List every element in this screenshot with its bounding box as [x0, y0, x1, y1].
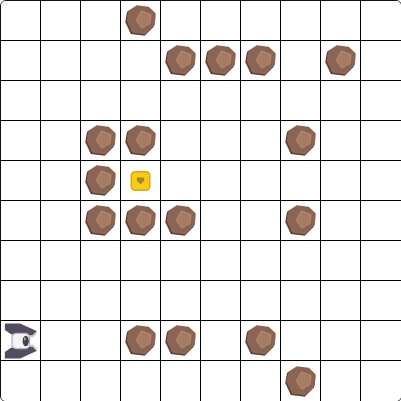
- cell-r8c1[interactable]: [41, 321, 81, 361]
- cell-r0c5[interactable]: [201, 1, 241, 41]
- cell-r6c0[interactable]: [1, 241, 41, 281]
- cell-r5c7[interactable]: [281, 201, 321, 241]
- cell-r5c1[interactable]: [41, 201, 81, 241]
- rock-asteroid-sprite: [162, 42, 199, 79]
- cell-r3c6[interactable]: [241, 121, 281, 161]
- cell-r6c2[interactable]: [81, 241, 121, 281]
- cell-r3c2[interactable]: [81, 121, 121, 161]
- cell-r9c5[interactable]: [201, 361, 241, 401]
- rock-asteroid-sprite: [282, 202, 319, 239]
- cell-r0c8[interactable]: [321, 1, 361, 41]
- cell-r4c8[interactable]: [321, 161, 361, 201]
- cell-r2c8[interactable]: [321, 81, 361, 121]
- game-board: [0, 0, 401, 401]
- cell-r5c8[interactable]: [321, 201, 361, 241]
- cell-r8c0[interactable]: [1, 321, 41, 361]
- cell-r6c4[interactable]: [161, 241, 201, 281]
- cell-r9c9[interactable]: [361, 361, 401, 401]
- cell-r6c8[interactable]: [321, 241, 361, 281]
- cell-r4c7[interactable]: [281, 161, 321, 201]
- cell-r1c1[interactable]: [41, 41, 81, 81]
- rock-asteroid-sprite: [282, 363, 319, 400]
- cell-r5c3[interactable]: [121, 201, 161, 241]
- cell-r0c6[interactable]: [241, 1, 281, 41]
- cell-r5c4[interactable]: [161, 201, 201, 241]
- cell-r5c9[interactable]: [361, 201, 401, 241]
- rock-asteroid-sprite: [282, 122, 319, 159]
- cell-r5c6[interactable]: [241, 201, 281, 241]
- cell-r9c0[interactable]: [1, 361, 41, 401]
- spaceship-sprite: [2, 322, 40, 360]
- cell-r8c6[interactable]: [241, 321, 281, 361]
- cell-r0c0[interactable]: [1, 1, 41, 41]
- cell-r7c6[interactable]: [241, 281, 281, 321]
- rock-asteroid-sprite: [122, 202, 159, 239]
- cell-r9c2[interactable]: [81, 361, 121, 401]
- cell-r8c2[interactable]: [81, 321, 121, 361]
- cell-r4c6[interactable]: [241, 161, 281, 201]
- cell-r1c0[interactable]: [1, 41, 41, 81]
- cell-r2c2[interactable]: [81, 81, 121, 121]
- cell-r3c0[interactable]: [1, 121, 41, 161]
- cell-r1c3[interactable]: [121, 41, 161, 81]
- cell-r8c5[interactable]: [201, 321, 241, 361]
- cell-r0c3[interactable]: [121, 1, 161, 41]
- cell-r7c4[interactable]: [161, 281, 201, 321]
- rock-asteroid-sprite: [82, 122, 119, 159]
- cell-r3c9[interactable]: [361, 121, 401, 161]
- cell-r1c9[interactable]: [361, 41, 401, 81]
- cell-r9c1[interactable]: [41, 361, 81, 401]
- cell-r4c9[interactable]: [361, 161, 401, 201]
- cell-r4c4[interactable]: [161, 161, 201, 201]
- cell-r2c6[interactable]: [241, 81, 281, 121]
- rock-asteroid-sprite: [82, 202, 119, 239]
- cell-r1c7[interactable]: [281, 41, 321, 81]
- rock-asteroid-sprite: [242, 42, 279, 79]
- cell-r7c1[interactable]: [41, 281, 81, 321]
- cell-r1c4[interactable]: [161, 41, 201, 81]
- cell-r1c8[interactable]: [321, 41, 361, 81]
- cell-r4c3[interactable]: [121, 161, 161, 201]
- cell-r1c5[interactable]: [201, 41, 241, 81]
- cell-r1c6[interactable]: [241, 41, 281, 81]
- cell-r2c9[interactable]: [361, 81, 401, 121]
- cell-r4c0[interactable]: [1, 161, 41, 201]
- cell-r1c2[interactable]: [81, 41, 121, 81]
- rock-asteroid-sprite: [162, 202, 199, 239]
- cell-r9c3[interactable]: [121, 361, 161, 401]
- gold-nugget-sprite: [121, 161, 160, 201]
- cell-r7c3[interactable]: [121, 281, 161, 321]
- cell-r2c0[interactable]: [1, 81, 41, 121]
- cell-r4c2[interactable]: [81, 161, 121, 201]
- cell-r6c5[interactable]: [201, 241, 241, 281]
- cell-r3c8[interactable]: [321, 121, 361, 161]
- rock-asteroid-sprite: [162, 322, 199, 359]
- cell-r7c0[interactable]: [1, 281, 41, 321]
- cell-r3c7[interactable]: [281, 121, 321, 161]
- rock-asteroid-sprite: [122, 322, 159, 359]
- cell-r2c1[interactable]: [41, 81, 81, 121]
- cell-r3c5[interactable]: [201, 121, 241, 161]
- cell-r0c1[interactable]: [41, 1, 81, 41]
- cell-r3c1[interactable]: [41, 121, 81, 161]
- cell-r5c0[interactable]: [1, 201, 41, 241]
- cell-r6c1[interactable]: [41, 241, 81, 281]
- rock-asteroid-sprite: [82, 162, 119, 199]
- cell-r3c4[interactable]: [161, 121, 201, 161]
- rock-asteroid-sprite: [202, 42, 239, 79]
- cell-r7c2[interactable]: [81, 281, 121, 321]
- cell-r9c4[interactable]: [161, 361, 201, 401]
- cell-r2c7[interactable]: [281, 81, 321, 121]
- cell-r0c7[interactable]: [281, 1, 321, 41]
- cell-r6c6[interactable]: [241, 241, 281, 281]
- cell-r9c7[interactable]: [281, 361, 321, 401]
- cell-r8c9[interactable]: [361, 321, 401, 361]
- cell-r3c3[interactable]: [121, 121, 161, 161]
- cell-r5c2[interactable]: [81, 201, 121, 241]
- cell-r7c5[interactable]: [201, 281, 241, 321]
- cell-r4c1[interactable]: [41, 161, 81, 201]
- cell-r8c3[interactable]: [121, 321, 161, 361]
- rock-asteroid-sprite: [322, 42, 359, 79]
- cell-r6c7[interactable]: [281, 241, 321, 281]
- cell-r7c7[interactable]: [281, 281, 321, 321]
- rock-asteroid-sprite: [122, 122, 159, 159]
- cell-r7c8[interactable]: [321, 281, 361, 321]
- cell-r2c3[interactable]: [121, 81, 161, 121]
- cell-r0c4[interactable]: [161, 1, 201, 41]
- cell-r7c9[interactable]: [361, 281, 401, 321]
- cell-r8c4[interactable]: [161, 321, 201, 361]
- cell-r0c9[interactable]: [361, 1, 401, 41]
- cell-r2c5[interactable]: [201, 81, 241, 121]
- cell-r8c7[interactable]: [281, 321, 321, 361]
- game-area: [0, 0, 401, 401]
- rock-asteroid-sprite: [122, 2, 159, 39]
- cell-r6c9[interactable]: [361, 241, 401, 281]
- cell-r6c3[interactable]: [121, 241, 161, 281]
- rock-asteroid-sprite: [242, 322, 279, 359]
- cell-r4c5[interactable]: [201, 161, 241, 201]
- cell-r0c2[interactable]: [81, 1, 121, 41]
- cell-r8c8[interactable]: [321, 321, 361, 361]
- cell-r5c5[interactable]: [201, 201, 241, 241]
- cell-r2c4[interactable]: [161, 81, 201, 121]
- cell-r9c6[interactable]: [241, 361, 281, 401]
- cell-r9c8[interactable]: [321, 361, 361, 401]
